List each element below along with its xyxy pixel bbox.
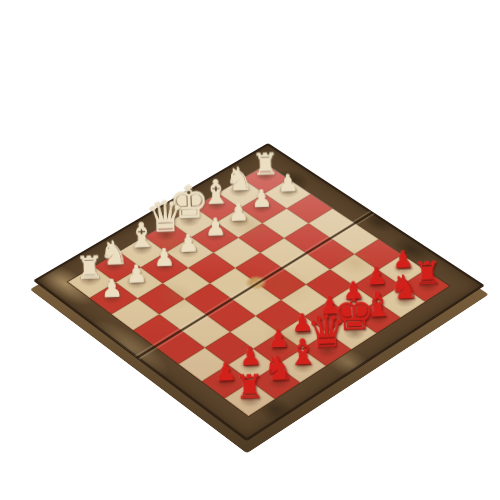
board-square xyxy=(156,331,205,364)
board-square xyxy=(159,299,207,331)
board-square xyxy=(328,317,377,350)
board-square xyxy=(352,301,401,333)
board-square xyxy=(178,348,227,381)
board-square xyxy=(253,332,302,365)
board-square xyxy=(251,365,301,399)
board-grid xyxy=(66,164,450,417)
board-square xyxy=(233,284,281,316)
board-square xyxy=(302,333,351,366)
board-square xyxy=(225,382,275,416)
board-square xyxy=(277,349,326,383)
board-square xyxy=(228,348,277,381)
board-square xyxy=(281,284,329,316)
board-square xyxy=(111,298,159,330)
folding-chessboard: ♜♟♞♟♝♟♚♟♛♟♝♟♟♞♜♟♟♜♞♟♟♝♟♚♟♛♟♝♟♞♟♜ xyxy=(33,143,485,441)
board-square xyxy=(182,315,231,348)
board-square xyxy=(204,332,253,365)
board-face xyxy=(33,143,485,441)
board-square xyxy=(133,315,181,348)
board-square xyxy=(207,299,255,331)
chess-set-photo: ♜♟♞♟♝♟♚♟♛♟♝♟♟♞♜♟♟♜♞♟♟♝♟♚♟♛♟♝♟♞♟♜ xyxy=(0,0,500,500)
board-square xyxy=(377,286,425,318)
board-square xyxy=(279,316,328,349)
board-square xyxy=(256,300,304,332)
board-square xyxy=(201,365,251,399)
board-square xyxy=(137,283,185,315)
board-square xyxy=(329,285,377,317)
board-square xyxy=(185,283,233,315)
board-square xyxy=(230,316,279,349)
board-square xyxy=(304,301,352,333)
